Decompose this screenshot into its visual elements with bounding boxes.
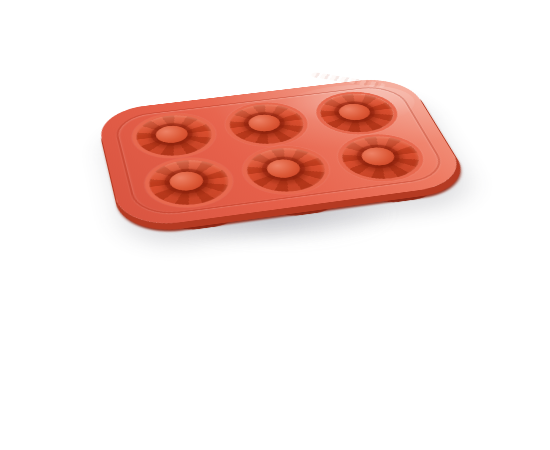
bundt-cavity-r2c3	[328, 130, 434, 186]
mold-perspective-plane	[96, 75, 472, 230]
product-photo	[0, 0, 550, 450]
silicone-bundt-mold	[96, 75, 472, 230]
